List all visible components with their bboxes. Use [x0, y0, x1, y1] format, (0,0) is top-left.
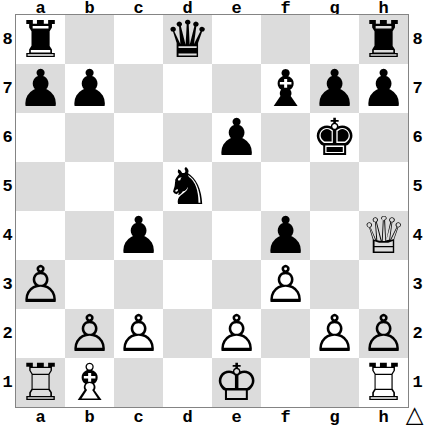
- file-label-c: c: [114, 408, 163, 426]
- white-pawn[interactable]: ♙: [116, 309, 162, 358]
- black-pawn[interactable]: ♟: [263, 211, 309, 260]
- white-pawn[interactable]: ♙: [67, 309, 113, 358]
- square-e2[interactable]: ♙: [212, 309, 261, 358]
- rank-label-1: 1: [0, 358, 15, 407]
- square-b6[interactable]: [65, 113, 114, 162]
- white-to-move-triangle-icon: △: [406, 403, 424, 426]
- rank-label-4: 4: [409, 211, 426, 260]
- file-label-g: g: [310, 408, 359, 426]
- square-a4[interactable]: [16, 211, 65, 260]
- square-h4[interactable]: ♕: [359, 211, 408, 260]
- black-pawn[interactable]: ♟: [116, 211, 162, 260]
- square-g4[interactable]: [310, 211, 359, 260]
- square-b7[interactable]: ♟: [65, 64, 114, 113]
- square-d4[interactable]: [163, 211, 212, 260]
- chess-board[interactable]: ♜♛♜♟♟♝♟♟♟♚♞♟♟♕♙♙♙♙♙♙♙♖♗♔♖: [15, 14, 409, 408]
- square-a2[interactable]: [16, 309, 65, 358]
- square-g6[interactable]: ♚: [310, 113, 359, 162]
- square-c2[interactable]: ♙: [114, 309, 163, 358]
- rank-label-3: 3: [409, 260, 426, 309]
- square-d5[interactable]: ♞: [163, 162, 212, 211]
- square-d8[interactable]: ♛: [163, 15, 212, 64]
- rank-label-1: 1: [409, 358, 426, 407]
- square-b3[interactable]: [65, 260, 114, 309]
- black-rook[interactable]: ♜: [361, 15, 407, 64]
- black-pawn[interactable]: ♟: [312, 64, 358, 113]
- square-b1[interactable]: ♗: [65, 358, 114, 407]
- square-f5[interactable]: [261, 162, 310, 211]
- square-h3[interactable]: [359, 260, 408, 309]
- square-d1[interactable]: [163, 358, 212, 407]
- square-a1[interactable]: ♖: [16, 358, 65, 407]
- square-e3[interactable]: [212, 260, 261, 309]
- square-h1[interactable]: ♖: [359, 358, 408, 407]
- square-g2[interactable]: ♙: [310, 309, 359, 358]
- rank-label-7: 7: [0, 64, 15, 113]
- chess-diagram: abcdefgh 87654321 ♜♛♜♟♟♝♟♟♟♚♞♟♟♕♙♙♙♙♙♙♙♖…: [0, 0, 426, 426]
- square-g3[interactable]: [310, 260, 359, 309]
- black-rook[interactable]: ♜: [18, 15, 64, 64]
- square-c7[interactable]: [114, 64, 163, 113]
- square-d2[interactable]: [163, 309, 212, 358]
- rank-label-6: 6: [0, 113, 15, 162]
- white-rook[interactable]: ♖: [18, 358, 64, 407]
- white-queen[interactable]: ♕: [361, 211, 407, 260]
- file-labels-top: abcdefgh: [16, 0, 408, 14]
- rank-label-8: 8: [0, 15, 15, 64]
- square-a3[interactable]: ♙: [16, 260, 65, 309]
- black-pawn[interactable]: ♟: [18, 64, 64, 113]
- black-pawn[interactable]: ♟: [214, 113, 260, 162]
- square-f3[interactable]: ♙: [261, 260, 310, 309]
- square-c6[interactable]: [114, 113, 163, 162]
- white-pawn[interactable]: ♙: [214, 309, 260, 358]
- white-pawn[interactable]: ♙: [18, 260, 64, 309]
- black-knight[interactable]: ♞: [165, 162, 211, 211]
- square-b2[interactable]: ♙: [65, 309, 114, 358]
- square-d6[interactable]: [163, 113, 212, 162]
- square-e8[interactable]: [212, 15, 261, 64]
- white-king[interactable]: ♔: [214, 358, 260, 407]
- square-h8[interactable]: ♜: [359, 15, 408, 64]
- square-e4[interactable]: [212, 211, 261, 260]
- square-a7[interactable]: ♟: [16, 64, 65, 113]
- square-h6[interactable]: [359, 113, 408, 162]
- rank-label-3: 3: [0, 260, 15, 309]
- side-to-move-indicator: △: [403, 402, 426, 426]
- white-bishop[interactable]: ♗: [67, 358, 113, 407]
- square-f4[interactable]: ♟: [261, 211, 310, 260]
- file-label-a: a: [16, 408, 65, 426]
- square-h7[interactable]: ♟: [359, 64, 408, 113]
- square-f7[interactable]: ♝: [261, 64, 310, 113]
- square-c5[interactable]: [114, 162, 163, 211]
- rank-label-6: 6: [409, 113, 426, 162]
- square-e5[interactable]: [212, 162, 261, 211]
- rank-labels-right: 87654321: [409, 15, 426, 407]
- file-label-d: d: [163, 408, 212, 426]
- square-c3[interactable]: [114, 260, 163, 309]
- square-e1[interactable]: ♔: [212, 358, 261, 407]
- square-c8[interactable]: [114, 15, 163, 64]
- black-pawn[interactable]: ♟: [67, 64, 113, 113]
- rank-labels-left: 87654321: [0, 15, 15, 407]
- square-a8[interactable]: ♜: [16, 15, 65, 64]
- square-c4[interactable]: ♟: [114, 211, 163, 260]
- rank-label-5: 5: [409, 162, 426, 211]
- square-h2[interactable]: ♙: [359, 309, 408, 358]
- square-b4[interactable]: [65, 211, 114, 260]
- file-label-f: f: [261, 408, 310, 426]
- square-h5[interactable]: [359, 162, 408, 211]
- rank-label-7: 7: [409, 64, 426, 113]
- black-bishop[interactable]: ♝: [263, 64, 309, 113]
- square-b8[interactable]: [65, 15, 114, 64]
- square-c1[interactable]: [114, 358, 163, 407]
- square-f1[interactable]: [261, 358, 310, 407]
- file-labels-bottom: abcdefgh: [16, 408, 408, 426]
- white-pawn[interactable]: ♙: [263, 260, 309, 309]
- white-rook[interactable]: ♖: [361, 358, 407, 407]
- square-f6[interactable]: [261, 113, 310, 162]
- white-pawn[interactable]: ♙: [361, 309, 407, 358]
- rank-label-8: 8: [409, 15, 426, 64]
- square-a5[interactable]: [16, 162, 65, 211]
- square-f8[interactable]: [261, 15, 310, 64]
- square-e7[interactable]: [212, 64, 261, 113]
- file-label-h: h: [359, 408, 408, 426]
- rank-label-5: 5: [0, 162, 15, 211]
- square-g1[interactable]: [310, 358, 359, 407]
- square-b5[interactable]: [65, 162, 114, 211]
- square-e6[interactable]: ♟: [212, 113, 261, 162]
- black-king[interactable]: ♚: [312, 113, 358, 162]
- square-d3[interactable]: [163, 260, 212, 309]
- file-label-e: e: [212, 408, 261, 426]
- black-queen[interactable]: ♛: [165, 15, 211, 64]
- square-f2[interactable]: [261, 309, 310, 358]
- file-label-b: b: [65, 408, 114, 426]
- white-pawn[interactable]: ♙: [312, 309, 358, 358]
- black-pawn[interactable]: ♟: [361, 64, 407, 113]
- square-g8[interactable]: [310, 15, 359, 64]
- square-g7[interactable]: ♟: [310, 64, 359, 113]
- rank-label-2: 2: [0, 309, 15, 358]
- rank-label-2: 2: [409, 309, 426, 358]
- square-g5[interactable]: [310, 162, 359, 211]
- rank-label-4: 4: [0, 211, 15, 260]
- square-a6[interactable]: [16, 113, 65, 162]
- square-d7[interactable]: [163, 64, 212, 113]
